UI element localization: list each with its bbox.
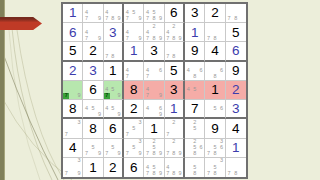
candidate-9-r5c5: 9: [157, 93, 163, 99]
cell-r7c2[interactable]: 8: [83, 119, 103, 138]
cell-r6c3[interactable]: 459: [104, 100, 124, 119]
candidate-9-r2c6: 9: [177, 35, 183, 41]
candidate-9-r9c1: 9: [76, 171, 82, 177]
candidate-9-r8c4: 9: [137, 151, 143, 157]
candidates-r1c3: 4789: [104, 4, 122, 22]
given-digit-r9c4: 6: [130, 161, 138, 175]
cell-r2c2[interactable]: 479: [83, 23, 103, 42]
given-digit-r7c5: 1: [150, 122, 158, 136]
cell-r1c4[interactable]: 4579: [124, 4, 144, 23]
solved-digit-r8c9: 1: [232, 141, 240, 155]
cell-r1c6[interactable]: 6: [165, 4, 185, 23]
given-digit-r3c5: 3: [150, 44, 158, 58]
given-digit-r7c8: 9: [211, 122, 219, 136]
candidates-r3c3: 78: [104, 42, 122, 59]
cell-r2c1[interactable]: 6: [63, 23, 83, 42]
cell-r1c8[interactable]: 2: [205, 4, 225, 23]
candidates-r9c1: 379: [63, 158, 82, 177]
candidates-r8c2: 579: [83, 139, 102, 157]
candidate-7-r9c9: 7: [226, 171, 233, 177]
cell-r2c5[interactable]: 24789: [144, 23, 164, 42]
candidates-r7c4: 357: [124, 119, 143, 137]
cell-r6c2[interactable]: 459: [83, 100, 103, 119]
cell-r9c5[interactable]: 45789: [144, 158, 164, 177]
given-digit-r3c7: 9: [191, 44, 199, 58]
candidate-9-r8c2: 9: [96, 151, 102, 157]
cell-r4c2[interactable]: 3: [83, 62, 103, 81]
candidates-r9c8: 3578: [205, 158, 224, 177]
given-digit-r5c8: 1: [211, 83, 219, 97]
given-digit-r3c1: 5: [69, 44, 77, 58]
candidates-r8c4: 3579: [124, 139, 143, 157]
cell-r6c1[interactable]: 8: [63, 100, 83, 119]
cell-r7c9[interactable]: 4: [226, 119, 246, 138]
cell-r8c1[interactable]: 4: [63, 139, 83, 158]
candidate-9-r8c5: 9: [157, 151, 163, 157]
cell-r6c7[interactable]: 7: [185, 100, 205, 119]
candidate-9-r6c2: 9: [96, 112, 102, 118]
given-digit-r5c2: 6: [89, 83, 97, 97]
cell-r4c3[interactable]: 1: [104, 62, 124, 81]
given-digit-r6c7: 7: [191, 102, 199, 116]
cell-r7c7[interactable]: 25: [185, 119, 205, 138]
candidates-r8c5: 25789: [144, 139, 163, 157]
slide-background: 1479478945794578963278647934792478924789…: [0, 0, 320, 180]
cell-r3c4[interactable]: 1: [124, 42, 144, 61]
candidate-9-r2c2: 9: [96, 35, 102, 41]
candidates-r5c5: 479: [144, 81, 163, 99]
candidates-r5c3: 4579: [104, 81, 122, 99]
given-digit-r9c2: 1: [89, 161, 97, 175]
cell-r3c2[interactable]: 2: [83, 42, 103, 61]
candidates-r2c5: 24789: [144, 23, 163, 41]
given-digit-r1c6: 6: [170, 6, 178, 20]
cell-r4c5[interactable]: 467: [144, 62, 164, 81]
candidate-9-r1c2: 9: [96, 16, 102, 22]
cell-r2c9[interactable]: 5: [226, 23, 246, 42]
candidate-9-r9c6: 9: [177, 171, 183, 177]
cell-r8c7[interactable]: 2568: [185, 139, 205, 158]
given-digit-r7c9: 4: [232, 122, 240, 136]
candidate-8-r9c9: 8: [232, 171, 239, 177]
candidates-r1c2: 479: [83, 4, 102, 22]
cell-r3c6[interactable]: 78: [165, 42, 185, 61]
solved-digit-r3c9: 6: [232, 44, 240, 58]
cell-r8c9[interactable]: 1: [226, 139, 246, 158]
cell-r9c9[interactable]: 78: [226, 158, 246, 177]
candidate-9-r6c5: 9: [157, 112, 163, 118]
candidates-r6c3: 459: [104, 100, 122, 117]
solved-digit-r5c9: 2: [232, 83, 240, 97]
candidates-r2c4: 479: [124, 23, 143, 41]
candidates-r6c8: 56: [205, 100, 224, 117]
cell-r4c6[interactable]: 5: [165, 62, 185, 81]
cell-r9c8[interactable]: 3578: [205, 158, 225, 177]
candidates-r2c8: 78: [205, 23, 224, 41]
candidates-r9c5: 45789: [144, 158, 163, 177]
cell-r2c7[interactable]: 1: [185, 23, 205, 42]
cell-r5c1[interactable]: 79: [63, 81, 83, 100]
solved-digit-r2c7: 1: [191, 26, 199, 40]
cell-r1c7[interactable]: 3: [185, 4, 205, 23]
solved-digit-r4c2: 3: [89, 64, 97, 78]
cell-r1c5[interactable]: 45789: [144, 4, 164, 23]
given-digit-r5c4: 8: [130, 83, 138, 97]
candidate-7-r1c9: 7: [226, 16, 233, 22]
cell-r5c9[interactable]: 2: [226, 81, 246, 100]
solved-digit-r6c6: 1: [170, 102, 178, 116]
given-digit-r3c2: 2: [89, 44, 97, 58]
sudoku-board[interactable]: 1479478945794578963278647934792478924789…: [61, 2, 248, 179]
candidate-9-r5c3: 9: [116, 93, 122, 99]
cell-r5c7[interactable]: 45: [185, 81, 205, 100]
candidates-r9c9: 78: [226, 158, 246, 177]
candidates-r1c5: 45789: [144, 4, 163, 22]
given-digit-r4c6: 5: [170, 64, 178, 78]
cell-r5c3[interactable]: 4579: [104, 81, 124, 100]
cell-r4c8[interactable]: 68: [205, 62, 225, 81]
candidates-r6c5: 469: [144, 100, 163, 117]
candidates-r8c6: 2789: [165, 139, 183, 157]
candidate-9-r1c3: 9: [116, 16, 122, 22]
given-digit-r1c7: 3: [191, 6, 199, 20]
solved-digit-r2c1: 6: [69, 26, 77, 40]
cell-r1c3[interactable]: 4789: [104, 4, 124, 23]
cell-r9c7[interactable]: 58: [185, 158, 205, 177]
candidates-r8c3: 579: [104, 139, 122, 157]
candidate-9-r2c5: 9: [157, 35, 163, 41]
candidates-r7c1: 37: [63, 119, 82, 137]
cell-r6c5[interactable]: 469: [144, 100, 164, 119]
candidate-8-r1c9: 8: [232, 16, 239, 22]
candidates-r2c2: 479: [83, 23, 102, 41]
candidates-r5c1: 79: [63, 81, 82, 99]
cell-r5c6[interactable]: 3: [165, 81, 185, 100]
given-digit-r1c8: 2: [211, 6, 219, 20]
cell-r7c5[interactable]: 1: [144, 119, 164, 138]
candidates-r7c6: 27: [165, 119, 183, 137]
cell-r3c3[interactable]: 78: [104, 42, 124, 61]
candidates-r8c7: 2568: [185, 139, 204, 157]
candidate-9-r2c4: 9: [137, 35, 143, 41]
given-digit-r6c1: 8: [69, 102, 77, 116]
cell-r7c8[interactable]: 9: [205, 119, 225, 138]
given-digit-r6c4: 2: [130, 102, 138, 116]
solved-digit-r2c3: 3: [109, 26, 117, 40]
cell-r6c4[interactable]: 2: [124, 100, 144, 119]
cell-r2c6[interactable]: 24789: [165, 23, 185, 42]
candidate-9-r8c6: 9: [177, 151, 183, 157]
cell-r4c4[interactable]: 47: [124, 62, 144, 81]
cell-r8c8[interactable]: 35678: [205, 139, 225, 158]
cell-r5c5[interactable]: 479: [144, 81, 164, 100]
cell-r1c1[interactable]: 1: [63, 4, 83, 23]
cell-r8c2[interactable]: 579: [83, 139, 103, 158]
cell-r5c8[interactable]: 1: [205, 81, 225, 100]
cell-r6c9[interactable]: 3: [226, 100, 246, 119]
cell-r4c7[interactable]: 468: [185, 62, 205, 81]
cell-r5c4[interactable]: 8: [124, 81, 144, 100]
candidates-r3c6: 78: [165, 42, 183, 59]
candidate-9-r5c1: 9: [76, 93, 82, 99]
candidate-9-r1c5: 9: [157, 16, 163, 22]
candidates-r8c8: 35678: [205, 139, 224, 157]
given-digit-r7c3: 6: [109, 122, 117, 136]
candidate-9-r6c3: 9: [116, 112, 122, 118]
cell-r9c1[interactable]: 379: [63, 158, 83, 177]
solved-digit-r3c4: 1: [130, 44, 138, 58]
given-digit-r8c1: 4: [69, 141, 77, 155]
candidate-9-r1c4: 9: [137, 16, 143, 22]
cell-r9c2[interactable]: 1: [83, 158, 103, 177]
solved-digit-r1c1: 1: [69, 6, 77, 20]
cell-r3c9[interactable]: 6: [226, 42, 246, 61]
cell-r1c2[interactable]: 479: [83, 4, 103, 23]
cell-r2c4[interactable]: 479: [124, 23, 144, 42]
given-digit-r2c9: 5: [232, 26, 240, 40]
cell-r4c9[interactable]: 9: [226, 62, 246, 81]
given-digit-r3c8: 4: [211, 44, 219, 58]
given-digit-r5c6: 3: [170, 83, 178, 97]
cell-r9c3[interactable]: 2: [104, 158, 124, 177]
red-arrow-decoration: [0, 17, 42, 30]
cell-r3c5[interactable]: 3: [144, 42, 164, 61]
candidates-r1c4: 4579: [124, 4, 143, 22]
candidates-r5c7: 45: [185, 81, 204, 99]
cell-r3c1[interactable]: 5: [63, 42, 83, 61]
cell-r8c4[interactable]: 3579: [124, 139, 144, 158]
candidates-r9c6: 4789: [165, 158, 183, 177]
cell-r3c8[interactable]: 4: [205, 42, 225, 61]
candidates-r2c6: 24789: [165, 23, 183, 41]
candidates-r4c8: 68: [205, 62, 224, 80]
candidate-9-r9c5: 9: [157, 171, 163, 177]
candidates-r4c4: 47: [124, 62, 143, 80]
cell-r6c6[interactable]: 1: [165, 100, 185, 119]
cell-r9c4[interactable]: 6: [124, 158, 144, 177]
candidates-r9c7: 58: [185, 158, 204, 177]
cell-r8c6[interactable]: 2789: [165, 139, 185, 158]
cell-r8c5[interactable]: 25789: [144, 139, 164, 158]
cell-r7c6[interactable]: 27: [165, 119, 185, 138]
given-digit-r9c3: 2: [109, 161, 117, 175]
cell-r2c8[interactable]: 78: [205, 23, 225, 42]
cell-r9c6[interactable]: 4789: [165, 158, 185, 177]
cell-r7c3[interactable]: 6: [104, 119, 124, 138]
cell-r6c8[interactable]: 56: [205, 100, 225, 119]
cell-r4c1[interactable]: 2: [63, 62, 83, 81]
cell-r8c3[interactable]: 579: [104, 139, 124, 158]
given-digit-r7c2: 8: [89, 122, 97, 136]
solved-digit-r6c9: 3: [232, 102, 240, 116]
candidates-r4c5: 467: [144, 62, 163, 80]
given-digit-r4c9: 9: [232, 64, 240, 78]
candidates-r1c9: 78: [226, 4, 246, 22]
cell-r7c1[interactable]: 37: [63, 119, 83, 138]
cell-r2c3[interactable]: 3: [104, 23, 124, 42]
candidates-r7c7: 25: [185, 119, 204, 137]
candidate-9-r8c3: 9: [116, 151, 122, 157]
candidates-r4c7: 468: [185, 62, 204, 80]
cell-r7c4[interactable]: 357: [124, 119, 144, 138]
cell-r1c9[interactable]: 78: [226, 4, 246, 23]
solved-digit-r4c1: 2: [69, 64, 77, 78]
cell-r3c7[interactable]: 9: [185, 42, 205, 61]
candidates-r6c2: 459: [83, 100, 102, 117]
given-digit-r4c3: 1: [109, 64, 117, 78]
cell-r5c2[interactable]: 6: [83, 81, 103, 100]
